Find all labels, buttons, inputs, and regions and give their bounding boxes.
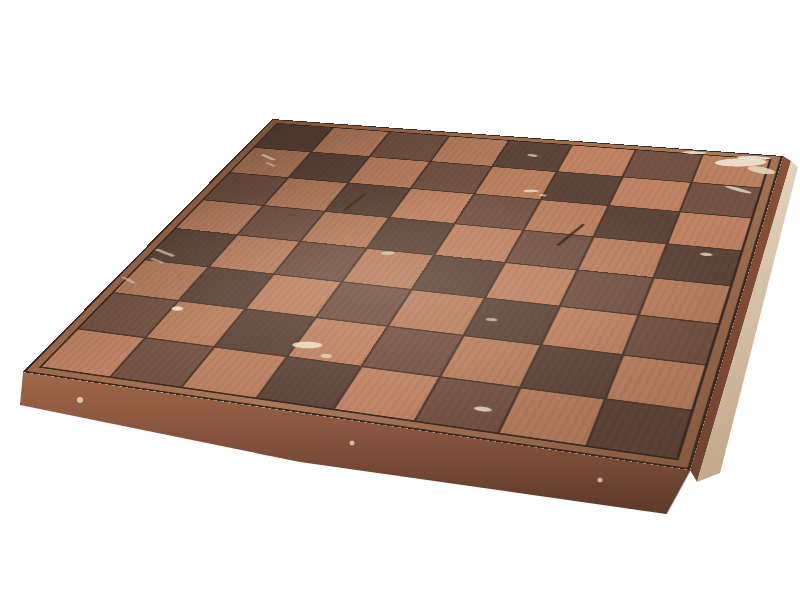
board-square[interactable]: [494, 141, 571, 171]
wear-speck: [598, 478, 603, 483]
board-square[interactable]: [668, 212, 751, 250]
product-photo-scene: [0, 0, 800, 600]
board-square[interactable]: [681, 183, 761, 218]
board-square[interactable]: [558, 145, 635, 176]
board-square[interactable]: [624, 150, 701, 181]
board-square[interactable]: [595, 206, 678, 243]
board-square[interactable]: [542, 172, 622, 205]
board-square[interactable]: [500, 388, 603, 445]
wear-speck: [350, 441, 355, 446]
board-square[interactable]: [692, 155, 769, 187]
board-square[interactable]: [588, 399, 691, 458]
board-square[interactable]: [524, 200, 607, 236]
board-square[interactable]: [610, 177, 690, 211]
board-square[interactable]: [506, 230, 592, 269]
wear-speck: [77, 397, 83, 403]
